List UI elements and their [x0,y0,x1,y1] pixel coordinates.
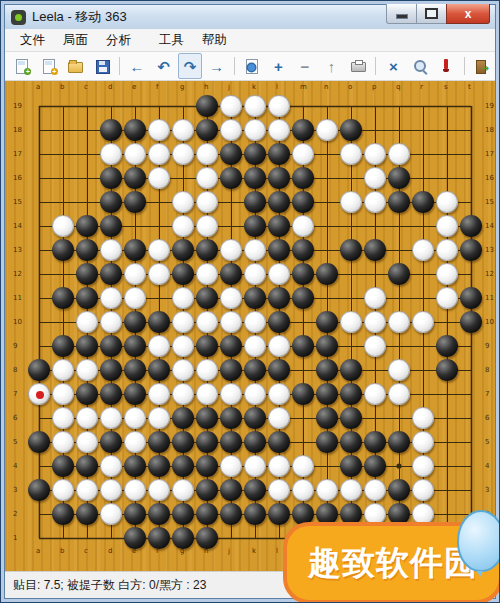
black-stone [76,503,98,525]
black-stone [124,455,146,477]
white-stone [124,431,146,453]
black-stone [172,455,194,477]
coord-letter-top: s [444,83,448,91]
white-stone [220,239,242,261]
black-stone [220,431,242,453]
menu-bar: 文件 局面 分析 工具 帮助 [5,29,495,52]
forward-button[interactable]: → [204,53,228,79]
black-stone [196,527,218,549]
last-move-marker [36,391,44,399]
coord-number-left: 8 [13,366,17,374]
black-stone [316,383,338,405]
white-stone [76,431,98,453]
back-button[interactable]: ← [125,53,149,79]
coord-number-left: 4 [13,462,17,470]
white-stone [172,359,194,381]
toolbar-separator [119,57,120,75]
black-stone [196,431,218,453]
black-stone [292,239,314,261]
white-stone [172,335,194,357]
black-stone [292,191,314,213]
close-button[interactable]: x [446,4,490,24]
white-stone [412,431,434,453]
white-stone [52,431,74,453]
black-stone [292,383,314,405]
clear-button[interactable]: × [381,53,405,79]
black-stone [28,479,50,501]
black-stone [172,407,194,429]
black-stone [124,167,146,189]
coord-number-left: 10 [13,318,22,326]
black-stone [268,191,290,213]
white-stone [388,359,410,381]
new-variation-button[interactable]: + [36,53,60,79]
black-stone [244,191,266,213]
analyze-doc-icon [244,58,260,74]
coord-letter-bottom: c [84,547,88,555]
coord-letter-top: h [204,83,208,91]
white-stone [148,479,170,501]
new-board-button[interactable]: + [10,53,34,79]
white-stone [76,479,98,501]
redo-icon: ↷ [184,59,197,74]
save-button[interactable] [89,53,113,79]
black-stone [196,239,218,261]
white-stone [292,479,314,501]
black-stone [316,407,338,429]
undo-button[interactable]: ↶ [151,53,175,79]
toolbar-separator [464,57,465,75]
black-stone [76,455,98,477]
black-stone [100,263,122,285]
black-stone [292,263,314,285]
black-stone [460,287,482,309]
white-stone [364,143,386,165]
coord-number-right: 4 [485,462,489,470]
black-stone [268,503,290,525]
coord-letter-bottom: k [252,547,256,555]
analyze-doc-button[interactable] [240,53,264,79]
black-stone [388,479,410,501]
white-stone [52,407,74,429]
white-stone [340,143,362,165]
white-stone [124,479,146,501]
white-stone [76,359,98,381]
coord-letter-bottom: a [36,547,40,555]
white-stone [172,311,194,333]
minimize-button[interactable] [386,4,417,24]
pass-up-icon: ↑ [328,59,336,74]
black-stone [436,335,458,357]
black-stone [244,215,266,237]
black-stone [76,287,98,309]
title-bar: Leela - 移动 363 x [5,5,495,29]
watermark-text: 趣致软件园 [308,541,478,586]
coord-number-left: 9 [13,342,17,350]
white-stone [100,311,122,333]
black-stone [148,527,170,549]
white-stone [196,263,218,285]
white-stone [316,119,338,141]
coord-number-right: 12 [485,270,494,278]
black-stone [124,239,146,261]
coord-number-left: 3 [13,486,17,494]
white-stone [172,479,194,501]
white-stone [148,383,170,405]
minus-icon: − [301,59,310,74]
black-stone [316,311,338,333]
white-stone [436,191,458,213]
coord-letter-top: o [348,83,352,91]
white-stone [268,383,290,405]
white-stone [244,239,266,261]
bookmark-flag-icon [438,58,454,74]
black-stone [340,455,362,477]
coord-letter-top: e [132,83,136,91]
black-stone [148,431,170,453]
white-stone [292,215,314,237]
toolbar: + + ← ↶ ↷ → + − ↑ × [5,52,495,81]
black-stone [148,455,170,477]
black-stone [340,383,362,405]
black-stone [220,359,242,381]
white-stone [244,455,266,477]
black-stone [460,215,482,237]
white-stone [268,479,290,501]
white-stone [364,383,386,405]
exit-door-icon [474,58,490,74]
white-stone [412,479,434,501]
black-stone [196,95,218,117]
white-stone [100,287,122,309]
white-stone [148,239,170,261]
black-stone [412,191,434,213]
black-stone [292,119,314,141]
black-stone [196,479,218,501]
black-stone [340,119,362,141]
white-stone [100,479,122,501]
coord-letter-top: d [108,83,112,91]
black-stone [124,191,146,213]
white-stone [244,95,266,117]
coord-letter-top: t [468,83,471,91]
pass-button[interactable]: ↑ [319,53,343,79]
white-stone [100,239,122,261]
black-stone [124,383,146,405]
white-stone [52,215,74,237]
coord-letter-bottom: d [108,547,112,555]
white-stone [220,287,242,309]
black-stone [220,503,242,525]
coord-letter-bottom: e [132,547,136,555]
black-stone [340,431,362,453]
coord-number-left: 5 [13,438,17,446]
white-stone [124,263,146,285]
black-stone [148,359,170,381]
black-stone [268,359,290,381]
white-stone [412,239,434,261]
black-stone [268,287,290,309]
coord-number-right: 16 [485,174,494,182]
black-stone [172,263,194,285]
back-arrow-icon: ← [130,59,145,74]
white-stone [412,311,434,333]
black-stone [340,359,362,381]
white-stone [364,311,386,333]
white-stone [364,335,386,357]
white-stone [292,143,314,165]
maximize-button[interactable] [416,4,447,24]
coord-letter-bottom: f [156,547,158,555]
black-stone [244,359,266,381]
white-stone [436,263,458,285]
black-stone [340,407,362,429]
exit-button[interactable] [470,53,494,79]
coord-number-right: 8 [485,366,489,374]
coord-letter-bottom: l [276,547,278,555]
white-stone [196,359,218,381]
white-stone [364,191,386,213]
white-stone [196,191,218,213]
white-stone [268,263,290,285]
white-stone [364,479,386,501]
black-stone [364,431,386,453]
coord-number-left: 7 [13,390,17,398]
maximize-icon [425,8,438,19]
coord-letter-top: m [300,83,307,91]
coord-letter-top: l [276,83,278,91]
clear-x-icon: × [389,59,398,74]
black-stone [124,311,146,333]
black-stone [196,503,218,525]
window-frame: Leela - 移动 363 x 文件 局面 分析 工具 帮助 + + ← ↶ … [4,4,496,599]
zoom-in-button[interactable]: + [266,53,290,79]
black-stone [196,407,218,429]
coord-number-right: 13 [485,246,494,254]
black-stone [196,287,218,309]
save-icon [94,58,110,74]
white-stone [244,311,266,333]
black-stone [244,287,266,309]
black-stone [316,431,338,453]
coord-letter-top: c [84,83,88,91]
white-stone [196,383,218,405]
window-controls: x [386,4,490,24]
black-stone [172,239,194,261]
black-stone [76,263,98,285]
white-stone [220,119,242,141]
menu-tools[interactable]: 工具 [150,29,193,52]
coord-number-left: 13 [13,246,22,254]
black-stone [52,335,74,357]
coord-number-left: 17 [13,150,22,158]
black-stone [388,431,410,453]
coord-letter-bottom: b [60,547,64,555]
black-stone [244,407,266,429]
black-stone [268,143,290,165]
print-button[interactable] [346,53,370,79]
open-file-icon [67,58,83,74]
black-stone [124,503,146,525]
white-stone [244,263,266,285]
white-stone [76,407,98,429]
coord-number-left: 1 [13,534,17,542]
coord-number-right: 3 [485,486,489,494]
white-stone [292,455,314,477]
black-stone [268,239,290,261]
black-stone [220,479,242,501]
coord-letter-top: j [228,83,230,91]
coord-number-left: 16 [13,174,22,182]
white-stone [388,311,410,333]
black-stone [244,479,266,501]
black-stone [388,263,410,285]
black-stone [244,143,266,165]
coord-letter-bottom: j [228,547,230,555]
white-stone [340,479,362,501]
coord-letter-top: a [36,83,40,91]
black-stone [364,239,386,261]
white-stone [412,407,434,429]
black-stone [316,263,338,285]
white-stone [28,383,50,405]
white-stone [220,311,242,333]
black-stone [124,359,146,381]
black-stone [292,287,314,309]
white-stone [148,407,170,429]
black-stone [220,335,242,357]
white-stone [412,455,434,477]
white-stone [52,359,74,381]
white-stone [436,287,458,309]
white-stone [148,119,170,141]
white-stone [340,311,362,333]
black-stone [388,191,410,213]
coord-number-left: 14 [13,222,22,230]
menu-help[interactable]: 帮助 [193,29,236,52]
white-stone [268,335,290,357]
white-stone [316,479,338,501]
white-stone [364,287,386,309]
new-board-icon: + [14,58,30,74]
coord-letter-top: f [156,83,158,91]
black-stone [292,335,314,357]
black-stone [292,167,314,189]
black-stone [244,167,266,189]
search-button[interactable] [408,53,432,79]
black-stone [340,239,362,261]
black-stone [196,335,218,357]
coord-letter-top: k [252,83,256,91]
coord-letter-top: n [324,83,328,91]
board-grid[interactable] [27,94,483,550]
black-stone [316,359,338,381]
coord-number-right: 6 [485,414,489,422]
coord-letter-top: r [420,83,423,91]
coord-number-right: 18 [485,126,494,134]
white-stone [52,383,74,405]
white-stone [76,311,98,333]
menu-analysis[interactable]: 分析 [97,29,140,52]
app-icon [11,10,26,25]
black-stone [100,191,122,213]
black-stone [268,215,290,237]
white-stone [436,239,458,261]
white-stone [172,119,194,141]
black-stone [76,239,98,261]
black-stone [172,431,194,453]
coord-letter-top: b [60,83,64,91]
open-file-button[interactable] [63,53,87,79]
black-stone [388,167,410,189]
white-stone [100,143,122,165]
watermark-badge: 趣致软件园 [283,522,500,603]
undo-icon: ↶ [157,59,170,74]
white-stone [124,143,146,165]
zoom-out-button[interactable]: − [293,53,317,79]
coord-letter-top: p [372,83,376,91]
black-stone [52,239,74,261]
coord-number-left: 11 [13,294,22,302]
black-stone [52,503,74,525]
coord-letter-top: g [180,83,184,91]
black-stone [76,335,98,357]
black-stone [100,119,122,141]
black-stone [100,167,122,189]
menu-position[interactable]: 局面 [54,29,97,52]
black-stone [244,431,266,453]
black-stone [436,359,458,381]
black-stone [220,407,242,429]
go-board[interactable]: aa1919bb1818cc1717dd1616ee1515ff1414gg13… [5,81,495,571]
black-stone [124,335,146,357]
coord-number-right: 15 [485,198,494,206]
white-stone [388,383,410,405]
coord-number-right: 11 [485,294,494,302]
black-stone [244,503,266,525]
white-stone [172,215,194,237]
white-stone [436,215,458,237]
white-stone [52,479,74,501]
black-stone [220,263,242,285]
redo-button[interactable]: ↷ [178,53,202,79]
black-stone [196,455,218,477]
white-stone [148,167,170,189]
black-stone [220,167,242,189]
app-window: Leela - 移动 363 x 文件 局面 分析 工具 帮助 + + ← ↶ … [0,0,500,603]
black-stone [124,119,146,141]
white-stone [244,119,266,141]
menu-file[interactable]: 文件 [11,29,54,52]
bookmark-button[interactable] [434,53,458,79]
toolbar-separator [234,57,235,75]
white-stone [100,455,122,477]
white-stone [196,167,218,189]
plus-icon: + [274,59,283,74]
black-stone [268,167,290,189]
coord-number-left: 6 [13,414,17,422]
white-stone [268,455,290,477]
black-stone [148,311,170,333]
white-stone [172,287,194,309]
minimize-icon [396,14,408,19]
balloon-icon [457,510,500,572]
white-stone [148,143,170,165]
black-stone [124,527,146,549]
white-stone [100,503,122,525]
white-stone [196,311,218,333]
coord-letter-bottom: g [180,547,184,555]
